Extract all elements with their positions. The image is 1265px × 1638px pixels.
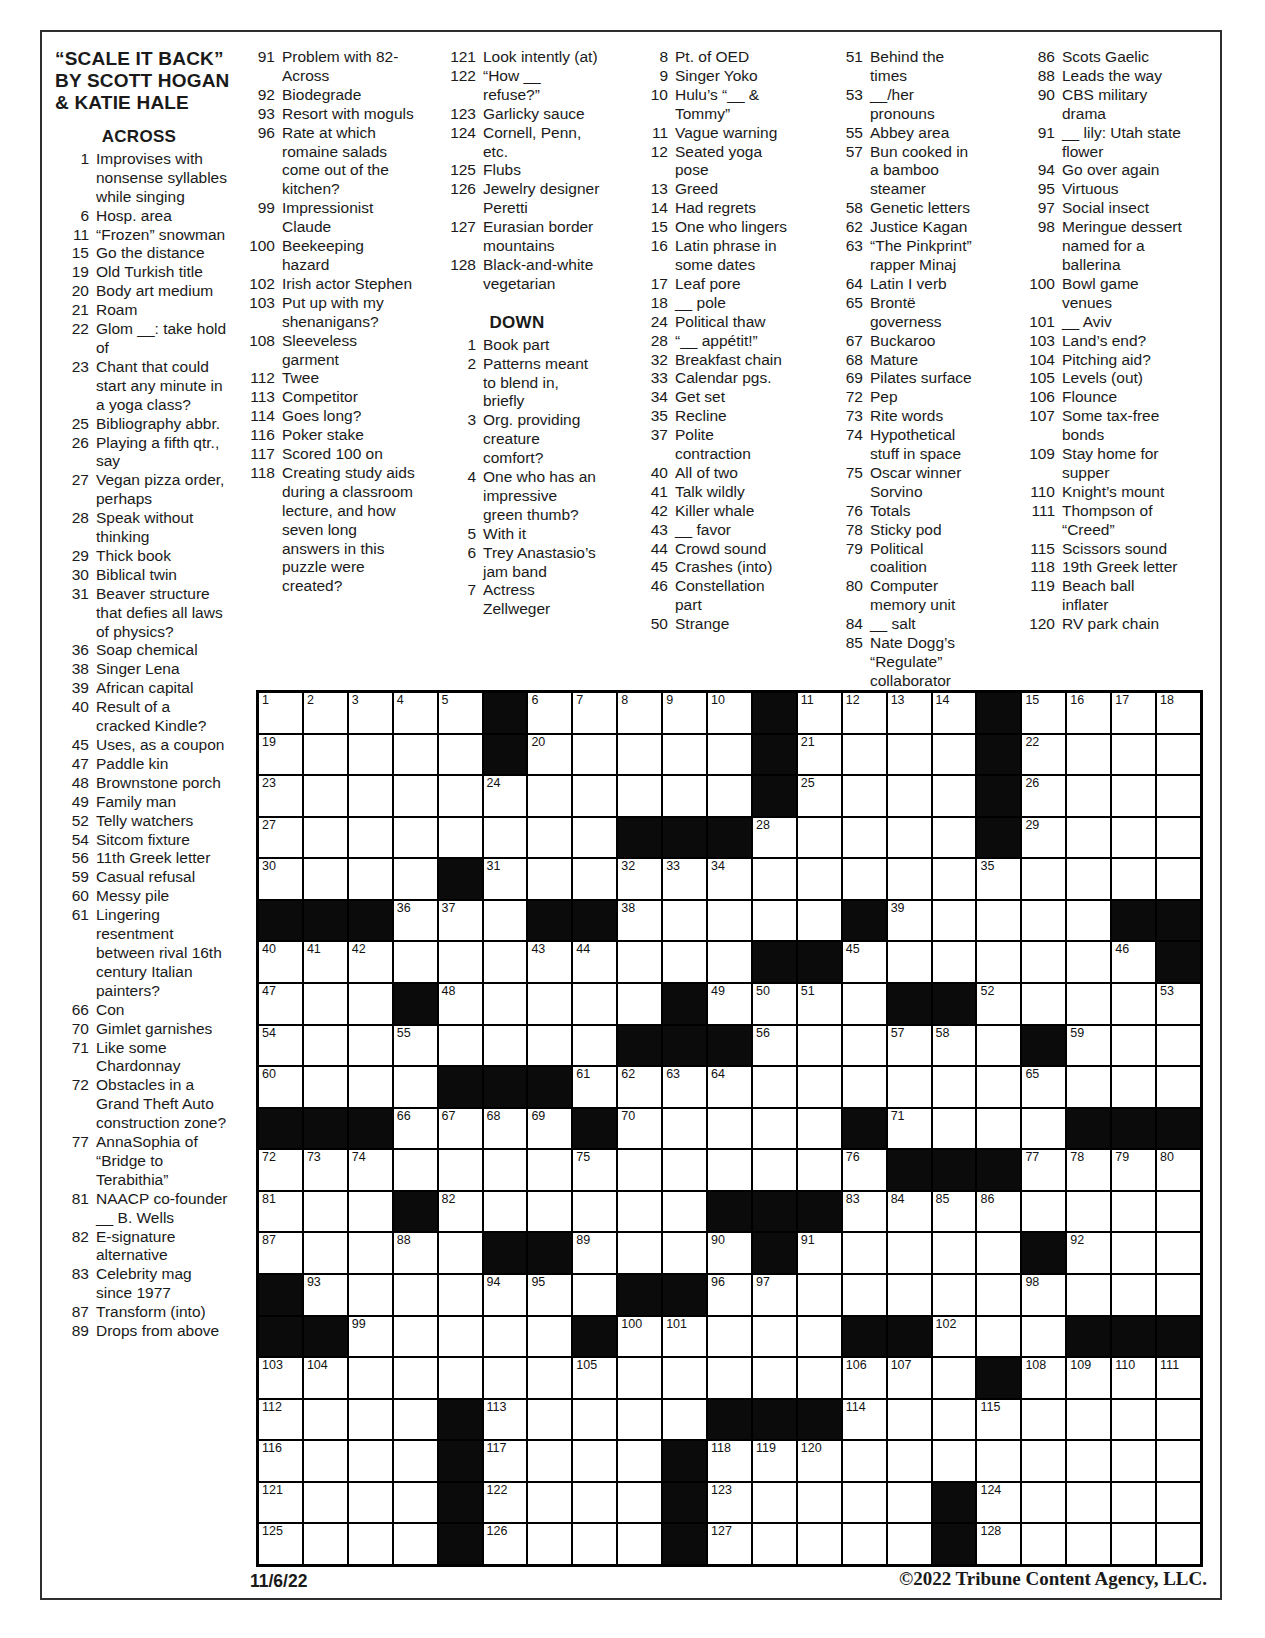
grid-cell[interactable]	[348, 1440, 393, 1482]
grid-cell[interactable]: 79	[1111, 1149, 1156, 1191]
grid-cell[interactable]: 60	[258, 1066, 303, 1108]
grid-cell[interactable]	[527, 1357, 572, 1399]
grid-cell[interactable]: 15	[1021, 692, 1066, 734]
grid-cell[interactable]	[617, 1357, 662, 1399]
grid-cell[interactable]	[662, 1357, 707, 1399]
grid-cell[interactable]: 88	[393, 1232, 438, 1274]
grid-cell[interactable]: 97	[752, 1274, 797, 1316]
grid-cell[interactable]	[707, 941, 752, 983]
grid-cell[interactable]	[572, 775, 617, 817]
grid-cell[interactable]	[662, 941, 707, 983]
grid-cell[interactable]	[797, 1025, 842, 1067]
grid-cell[interactable]	[1156, 734, 1201, 776]
grid-cell[interactable]	[617, 941, 662, 983]
grid-cell[interactable]	[1021, 900, 1066, 942]
grid-cell[interactable]	[1156, 1191, 1201, 1233]
grid-cell[interactable]: 56	[752, 1025, 797, 1067]
grid-cell[interactable]	[303, 1025, 348, 1067]
grid-cell[interactable]: 62	[617, 1066, 662, 1108]
grid-cell[interactable]: 24	[483, 775, 528, 817]
grid-cell[interactable]: 124	[976, 1482, 1021, 1524]
grid-cell[interactable]	[572, 1399, 617, 1441]
grid-cell[interactable]: 93	[303, 1274, 348, 1316]
grid-cell[interactable]	[887, 1399, 932, 1441]
grid-cell[interactable]	[1021, 1399, 1066, 1441]
grid-cell[interactable]: 4	[393, 692, 438, 734]
grid-cell[interactable]	[1021, 1108, 1066, 1150]
grid-cell[interactable]	[527, 1025, 572, 1067]
grid-cell[interactable]	[438, 817, 483, 859]
grid-cell[interactable]	[842, 1025, 887, 1067]
grid-cell[interactable]	[887, 734, 932, 776]
grid-cell[interactable]	[572, 1523, 617, 1565]
grid-cell[interactable]: 7	[572, 692, 617, 734]
grid-cell[interactable]: 38	[617, 900, 662, 942]
grid-cell[interactable]: 48	[438, 983, 483, 1025]
grid-cell[interactable]	[887, 775, 932, 817]
grid-cell[interactable]	[303, 1523, 348, 1565]
grid-cell[interactable]	[976, 1274, 1021, 1316]
grid-cell[interactable]	[887, 941, 932, 983]
grid-cell[interactable]	[662, 1149, 707, 1191]
grid-cell[interactable]	[662, 1232, 707, 1274]
grid-cell[interactable]: 120	[797, 1440, 842, 1482]
grid-cell[interactable]: 18	[1156, 692, 1201, 734]
grid-cell[interactable]: 110	[1111, 1357, 1156, 1399]
grid-cell[interactable]	[1066, 775, 1111, 817]
grid-cell[interactable]	[932, 1399, 977, 1441]
grid-cell[interactable]: 36	[393, 900, 438, 942]
grid-cell[interactable]	[527, 1191, 572, 1233]
grid-cell[interactable]	[527, 1482, 572, 1524]
grid-cell[interactable]: 114	[842, 1399, 887, 1441]
grid-cell[interactable]	[348, 775, 393, 817]
grid-cell[interactable]	[976, 941, 1021, 983]
grid-cell[interactable]: 45	[842, 941, 887, 983]
grid-cell[interactable]	[797, 1357, 842, 1399]
grid-cell[interactable]	[1156, 817, 1201, 859]
grid-cell[interactable]	[438, 1274, 483, 1316]
grid-cell[interactable]	[393, 1149, 438, 1191]
grid-cell[interactable]	[797, 1482, 842, 1524]
grid-cell[interactable]	[348, 1399, 393, 1441]
grid-cell[interactable]	[797, 1523, 842, 1565]
grid-cell[interactable]	[527, 1440, 572, 1482]
grid-cell[interactable]	[572, 1025, 617, 1067]
grid-cell[interactable]: 122	[483, 1482, 528, 1524]
grid-cell[interactable]	[1111, 983, 1156, 1025]
grid-cell[interactable]	[303, 817, 348, 859]
grid-cell[interactable]	[303, 858, 348, 900]
grid-cell[interactable]: 116	[258, 1440, 303, 1482]
grid-cell[interactable]: 6	[527, 692, 572, 734]
grid-cell[interactable]: 5	[438, 692, 483, 734]
grid-cell[interactable]	[393, 1066, 438, 1108]
grid-cell[interactable]	[1111, 1025, 1156, 1067]
grid-cell[interactable]: 50	[752, 983, 797, 1025]
grid-cell[interactable]: 89	[572, 1232, 617, 1274]
grid-cell[interactable]	[438, 1025, 483, 1067]
grid-cell[interactable]: 101	[662, 1316, 707, 1358]
grid-cell[interactable]: 67	[438, 1108, 483, 1150]
grid-cell[interactable]: 91	[797, 1232, 842, 1274]
grid-cell[interactable]	[1156, 775, 1201, 817]
grid-cell[interactable]: 58	[932, 1025, 977, 1067]
grid-cell[interactable]: 102	[932, 1316, 977, 1358]
grid-cell[interactable]: 16	[1066, 692, 1111, 734]
grid-cell[interactable]: 113	[483, 1399, 528, 1441]
grid-cell[interactable]: 65	[1021, 1066, 1066, 1108]
grid-cell[interactable]: 11	[797, 692, 842, 734]
grid-cell[interactable]	[1156, 858, 1201, 900]
grid-cell[interactable]	[1021, 941, 1066, 983]
grid-cell[interactable]	[1066, 941, 1111, 983]
grid-cell[interactable]: 17	[1111, 692, 1156, 734]
grid-cell[interactable]	[662, 1191, 707, 1233]
grid-cell[interactable]: 83	[842, 1191, 887, 1233]
grid-cell[interactable]	[932, 1274, 977, 1316]
grid-cell[interactable]	[438, 941, 483, 983]
grid-cell[interactable]	[483, 900, 528, 942]
grid-cell[interactable]	[617, 734, 662, 776]
grid-cell[interactable]	[707, 1108, 752, 1150]
grid-cell[interactable]	[1066, 1523, 1111, 1565]
grid-cell[interactable]: 32	[617, 858, 662, 900]
grid-cell[interactable]: 92	[1066, 1232, 1111, 1274]
grid-cell[interactable]	[617, 1232, 662, 1274]
grid-cell[interactable]	[617, 1440, 662, 1482]
grid-cell[interactable]	[303, 734, 348, 776]
grid-cell[interactable]	[483, 1025, 528, 1067]
grid-cell[interactable]: 29	[1021, 817, 1066, 859]
grid-cell[interactable]	[1156, 1025, 1201, 1067]
grid-cell[interactable]: 23	[258, 775, 303, 817]
grid-cell[interactable]	[842, 1274, 887, 1316]
grid-cell[interactable]	[976, 1440, 1021, 1482]
grid-cell[interactable]	[1021, 983, 1066, 1025]
grid-cell[interactable]: 19	[258, 734, 303, 776]
grid-cell[interactable]	[303, 775, 348, 817]
grid-cell[interactable]: 52	[976, 983, 1021, 1025]
grid-cell[interactable]	[348, 1025, 393, 1067]
grid-cell[interactable]	[393, 1316, 438, 1358]
grid-cell[interactable]	[887, 1066, 932, 1108]
grid-cell[interactable]: 42	[348, 941, 393, 983]
grid-cell[interactable]: 59	[1066, 1025, 1111, 1067]
grid-cell[interactable]	[842, 1066, 887, 1108]
grid-cell[interactable]	[348, 1232, 393, 1274]
grid-cell[interactable]	[1156, 1232, 1201, 1274]
grid-cell[interactable]	[976, 1316, 1021, 1358]
grid-cell[interactable]: 72	[258, 1149, 303, 1191]
grid-cell[interactable]	[348, 1357, 393, 1399]
grid-cell[interactable]: 22	[1021, 734, 1066, 776]
grid-cell[interactable]: 39	[887, 900, 932, 942]
grid-cell[interactable]: 126	[483, 1523, 528, 1565]
grid-cell[interactable]: 117	[483, 1440, 528, 1482]
grid-cell[interactable]	[303, 1066, 348, 1108]
grid-cell[interactable]	[662, 775, 707, 817]
grid-cell[interactable]	[438, 1357, 483, 1399]
grid-cell[interactable]	[1156, 1066, 1201, 1108]
grid-cell[interactable]	[976, 1025, 1021, 1067]
grid-cell[interactable]: 105	[572, 1357, 617, 1399]
grid-cell[interactable]	[976, 1108, 1021, 1150]
grid-cell[interactable]	[887, 1232, 932, 1274]
grid-cell[interactable]	[1156, 1440, 1201, 1482]
grid-cell[interactable]	[483, 941, 528, 983]
grid-cell[interactable]	[752, 1108, 797, 1150]
grid-cell[interactable]	[303, 1399, 348, 1441]
grid-cell[interactable]	[348, 817, 393, 859]
grid-cell[interactable]: 108	[1021, 1357, 1066, 1399]
grid-cell[interactable]: 96	[707, 1274, 752, 1316]
grid-cell[interactable]: 25	[797, 775, 842, 817]
grid-cell[interactable]	[932, 775, 977, 817]
grid-cell[interactable]: 33	[662, 858, 707, 900]
grid-cell[interactable]: 3	[348, 692, 393, 734]
grid-cell[interactable]: 71	[887, 1108, 932, 1150]
grid-cell[interactable]	[932, 1232, 977, 1274]
grid-cell[interactable]: 30	[258, 858, 303, 900]
grid-cell[interactable]	[527, 1316, 572, 1358]
grid-cell[interactable]	[752, 1523, 797, 1565]
grid-cell[interactable]	[1111, 817, 1156, 859]
grid-cell[interactable]	[932, 1440, 977, 1482]
grid-cell[interactable]	[1066, 1066, 1111, 1108]
grid-cell[interactable]: 84	[887, 1191, 932, 1233]
grid-cell[interactable]: 95	[527, 1274, 572, 1316]
grid-cell[interactable]: 115	[976, 1399, 1021, 1441]
grid-cell[interactable]: 1	[258, 692, 303, 734]
grid-cell[interactable]: 64	[707, 1066, 752, 1108]
grid-cell[interactable]	[1156, 1274, 1201, 1316]
grid-cell[interactable]	[662, 1399, 707, 1441]
grid-cell[interactable]	[707, 775, 752, 817]
grid-cell[interactable]	[842, 1440, 887, 1482]
grid-cell[interactable]	[483, 1357, 528, 1399]
grid-cell[interactable]	[527, 775, 572, 817]
grid-cell[interactable]: 34	[707, 858, 752, 900]
grid-cell[interactable]	[1111, 1274, 1156, 1316]
grid-cell[interactable]	[752, 1357, 797, 1399]
grid-cell[interactable]: 27	[258, 817, 303, 859]
grid-cell[interactable]: 98	[1021, 1274, 1066, 1316]
grid-cell[interactable]: 66	[393, 1108, 438, 1150]
grid-cell[interactable]: 94	[483, 1274, 528, 1316]
grid-cell[interactable]	[752, 1066, 797, 1108]
grid-cell[interactable]: 106	[842, 1357, 887, 1399]
grid-cell[interactable]: 125	[258, 1523, 303, 1565]
grid-cell[interactable]: 90	[707, 1232, 752, 1274]
grid-cell[interactable]	[797, 1316, 842, 1358]
grid-cell[interactable]	[842, 817, 887, 859]
grid-cell[interactable]	[1066, 1482, 1111, 1524]
grid-cell[interactable]	[348, 1191, 393, 1233]
grid-cell[interactable]	[797, 817, 842, 859]
grid-cell[interactable]	[303, 1191, 348, 1233]
grid-cell[interactable]	[393, 1274, 438, 1316]
grid-cell[interactable]: 111	[1156, 1357, 1201, 1399]
grid-cell[interactable]: 21	[797, 734, 842, 776]
grid-cell[interactable]: 40	[258, 941, 303, 983]
grid-cell[interactable]	[617, 983, 662, 1025]
grid-cell[interactable]	[617, 1482, 662, 1524]
grid-cell[interactable]	[887, 1482, 932, 1524]
grid-cell[interactable]	[1156, 1482, 1201, 1524]
grid-cell[interactable]	[842, 734, 887, 776]
grid-cell[interactable]: 44	[572, 941, 617, 983]
grid-cell[interactable]	[1066, 983, 1111, 1025]
grid-cell[interactable]	[932, 1066, 977, 1108]
grid-cell[interactable]: 127	[707, 1523, 752, 1565]
grid-cell[interactable]: 20	[527, 734, 572, 776]
grid-cell[interactable]	[393, 1357, 438, 1399]
grid-cell[interactable]: 43	[527, 941, 572, 983]
grid-cell[interactable]: 78	[1066, 1149, 1111, 1191]
grid-cell[interactable]	[752, 1149, 797, 1191]
grid-cell[interactable]: 10	[707, 692, 752, 734]
grid-cell[interactable]	[348, 734, 393, 776]
grid-cell[interactable]	[303, 1482, 348, 1524]
grid-cell[interactable]	[617, 1523, 662, 1565]
grid-cell[interactable]	[752, 1316, 797, 1358]
grid-cell[interactable]	[1111, 1191, 1156, 1233]
grid-cell[interactable]	[932, 858, 977, 900]
grid-cell[interactable]	[707, 1149, 752, 1191]
grid-cell[interactable]	[1111, 775, 1156, 817]
grid-cell[interactable]: 35	[976, 858, 1021, 900]
grid-cell[interactable]	[752, 1482, 797, 1524]
grid-cell[interactable]: 37	[438, 900, 483, 942]
grid-cell[interactable]	[662, 900, 707, 942]
grid-cell[interactable]	[932, 1108, 977, 1150]
grid-cell[interactable]	[348, 1274, 393, 1316]
grid-cell[interactable]: 13	[887, 692, 932, 734]
grid-cell[interactable]	[1111, 1066, 1156, 1108]
grid-cell[interactable]	[932, 900, 977, 942]
grid-cell[interactable]	[707, 1316, 752, 1358]
grid-cell[interactable]	[572, 1440, 617, 1482]
grid-cell[interactable]	[662, 1108, 707, 1150]
grid-cell[interactable]	[842, 1523, 887, 1565]
grid-cell[interactable]	[348, 858, 393, 900]
grid-cell[interactable]: 61	[572, 1066, 617, 1108]
grid-cell[interactable]: 70	[617, 1108, 662, 1150]
grid-cell[interactable]	[797, 858, 842, 900]
grid-cell[interactable]: 68	[483, 1108, 528, 1150]
grid-cell[interactable]: 47	[258, 983, 303, 1025]
grid-cell[interactable]	[527, 858, 572, 900]
grid-cell[interactable]	[842, 1232, 887, 1274]
grid-cell[interactable]: 55	[393, 1025, 438, 1067]
grid-cell[interactable]: 107	[887, 1357, 932, 1399]
grid-cell[interactable]	[1066, 817, 1111, 859]
grid-cell[interactable]: 12	[842, 692, 887, 734]
grid-cell[interactable]	[1021, 1191, 1066, 1233]
grid-cell[interactable]	[1111, 1523, 1156, 1565]
grid-cell[interactable]	[348, 1523, 393, 1565]
grid-cell[interactable]: 51	[797, 983, 842, 1025]
grid-cell[interactable]	[1066, 1191, 1111, 1233]
grid-cell[interactable]: 82	[438, 1191, 483, 1233]
grid-cell[interactable]	[707, 900, 752, 942]
grid-cell[interactable]	[707, 734, 752, 776]
grid-cell[interactable]	[527, 817, 572, 859]
grid-cell[interactable]	[887, 1440, 932, 1482]
grid-cell[interactable]: 85	[932, 1191, 977, 1233]
grid-cell[interactable]	[393, 775, 438, 817]
grid-cell[interactable]	[1021, 1482, 1066, 1524]
grid-cell[interactable]: 121	[258, 1482, 303, 1524]
grid-cell[interactable]	[797, 1149, 842, 1191]
grid-cell[interactable]	[842, 775, 887, 817]
grid-cell[interactable]: 77	[1021, 1149, 1066, 1191]
grid-cell[interactable]	[842, 1482, 887, 1524]
grid-cell[interactable]	[932, 941, 977, 983]
grid-cell[interactable]	[393, 1440, 438, 1482]
grid-cell[interactable]: 73	[303, 1149, 348, 1191]
grid-cell[interactable]	[438, 1149, 483, 1191]
grid-cell[interactable]	[572, 1482, 617, 1524]
grid-cell[interactable]	[662, 734, 707, 776]
grid-cell[interactable]	[797, 900, 842, 942]
grid-cell[interactable]: 31	[483, 858, 528, 900]
grid-cell[interactable]	[797, 1274, 842, 1316]
grid-cell[interactable]: 57	[887, 1025, 932, 1067]
grid-cell[interactable]	[617, 1149, 662, 1191]
grid-cell[interactable]	[348, 1482, 393, 1524]
grid-cell[interactable]	[1066, 1440, 1111, 1482]
grid-cell[interactable]	[976, 1066, 1021, 1108]
grid-cell[interactable]: 76	[842, 1149, 887, 1191]
grid-cell[interactable]	[1111, 1232, 1156, 1274]
grid-cell[interactable]	[393, 1399, 438, 1441]
grid-cell[interactable]: 8	[617, 692, 662, 734]
grid-cell[interactable]	[1021, 1523, 1066, 1565]
grid-cell[interactable]: 9	[662, 692, 707, 734]
grid-cell[interactable]	[1021, 858, 1066, 900]
grid-cell[interactable]	[483, 1316, 528, 1358]
grid-cell[interactable]	[797, 1108, 842, 1150]
grid-cell[interactable]	[572, 983, 617, 1025]
grid-cell[interactable]	[438, 734, 483, 776]
grid-cell[interactable]	[976, 1232, 1021, 1274]
grid-cell[interactable]: 103	[258, 1357, 303, 1399]
grid-cell[interactable]: 75	[572, 1149, 617, 1191]
grid-cell[interactable]: 28	[752, 817, 797, 859]
grid-cell[interactable]	[483, 983, 528, 1025]
grid-cell[interactable]	[527, 1523, 572, 1565]
grid-cell[interactable]	[1111, 858, 1156, 900]
grid-cell[interactable]: 14	[932, 692, 977, 734]
grid-cell[interactable]: 46	[1111, 941, 1156, 983]
grid-cell[interactable]	[887, 1274, 932, 1316]
grid-cell[interactable]	[572, 1191, 617, 1233]
grid-cell[interactable]	[303, 1440, 348, 1482]
grid-cell[interactable]: 109	[1066, 1357, 1111, 1399]
grid-cell[interactable]	[1066, 734, 1111, 776]
grid-cell[interactable]: 112	[258, 1399, 303, 1441]
grid-cell[interactable]: 74	[348, 1149, 393, 1191]
grid-cell[interactable]	[1066, 1274, 1111, 1316]
grid-cell[interactable]: 80	[1156, 1149, 1201, 1191]
grid-cell[interactable]	[348, 1066, 393, 1108]
grid-cell[interactable]	[393, 1523, 438, 1565]
grid-cell[interactable]	[842, 983, 887, 1025]
grid-cell[interactable]	[393, 817, 438, 859]
grid-cell[interactable]	[483, 1149, 528, 1191]
